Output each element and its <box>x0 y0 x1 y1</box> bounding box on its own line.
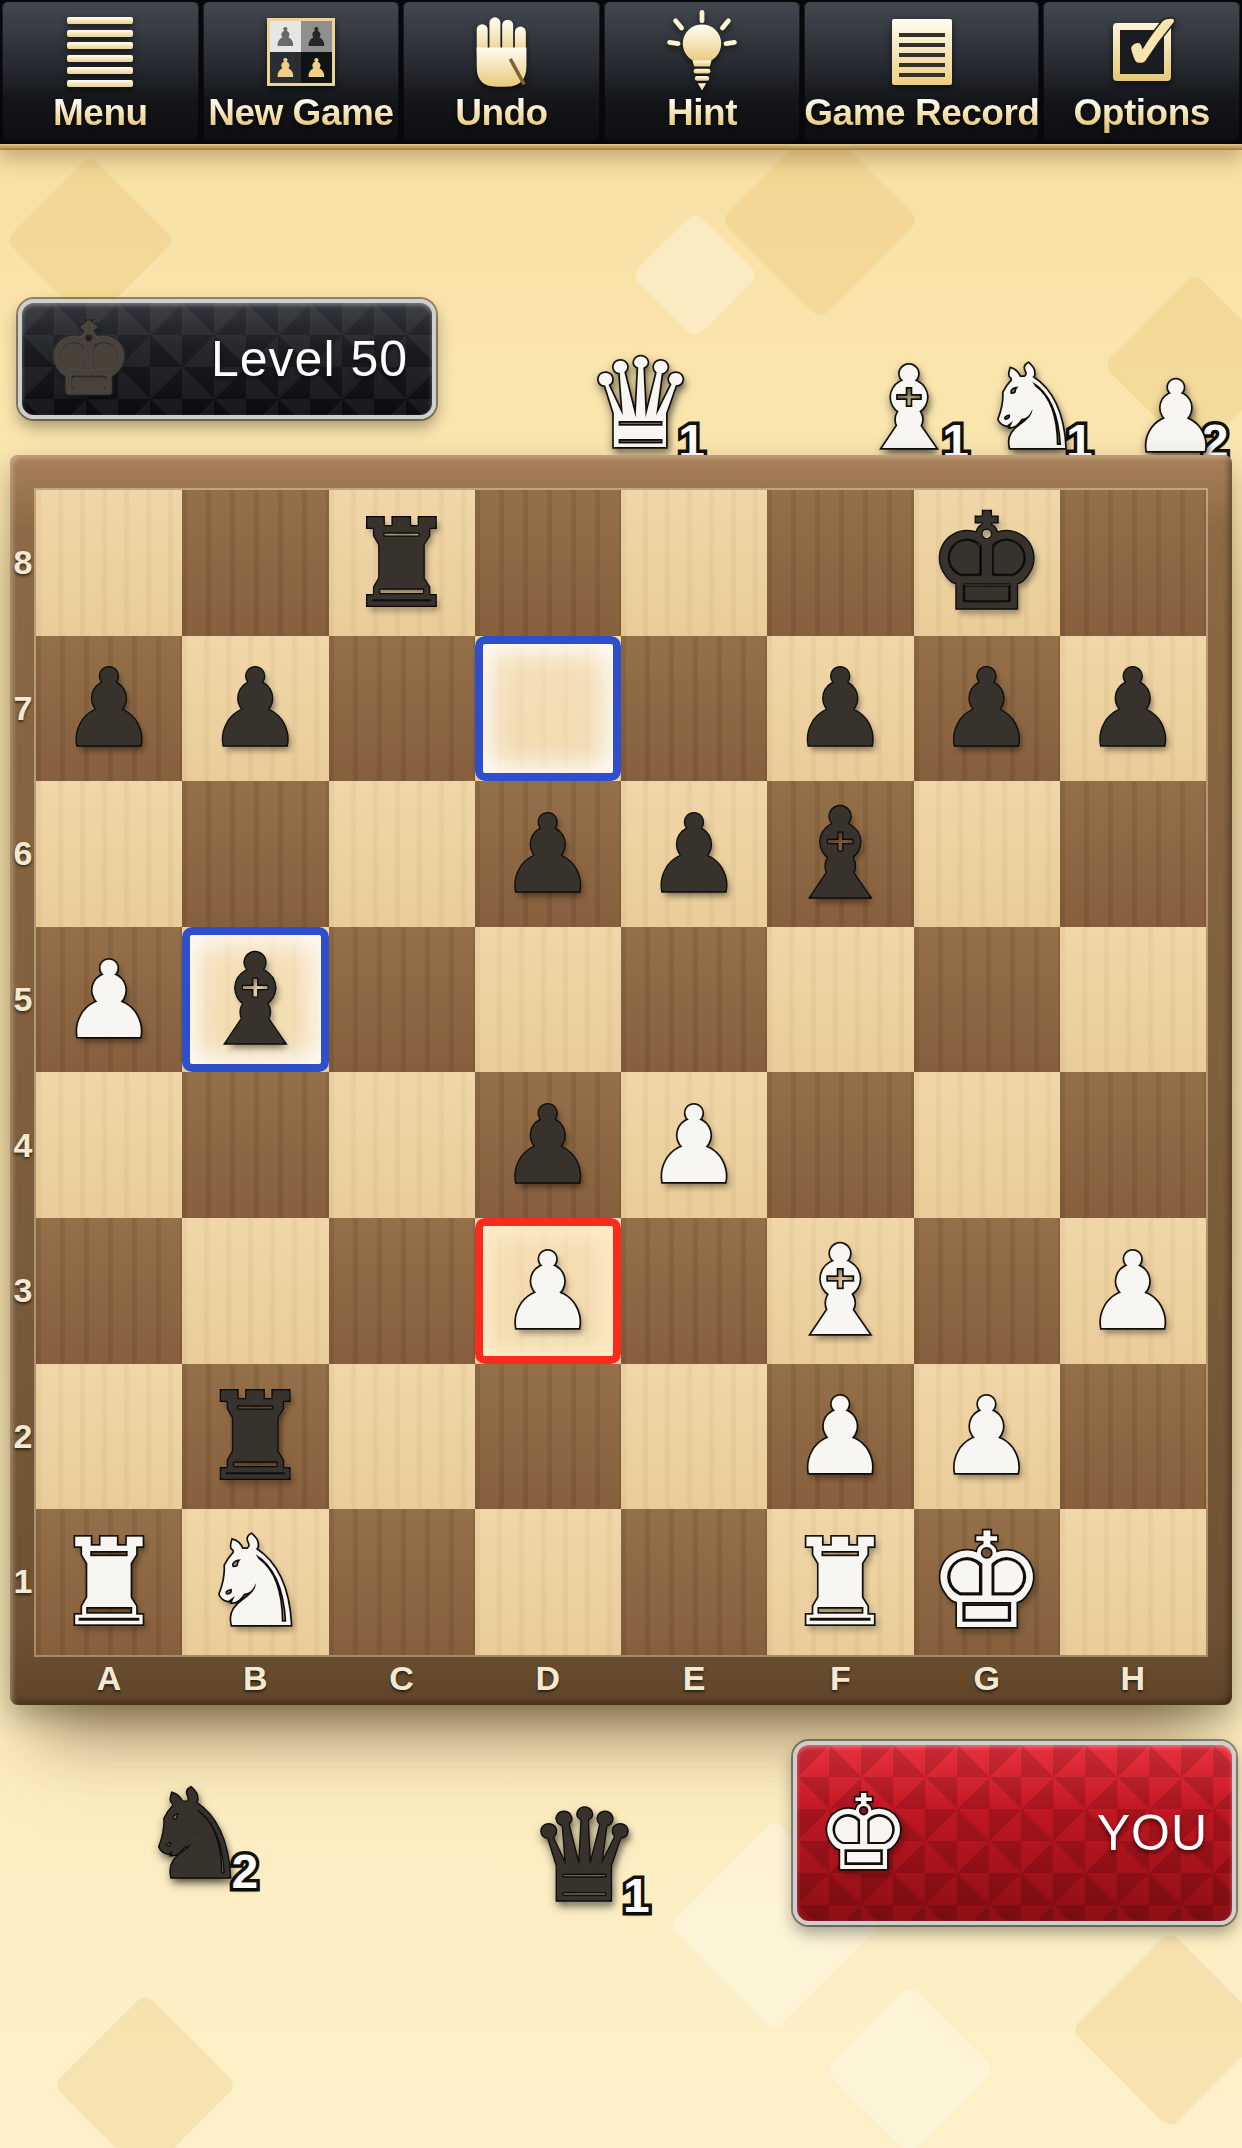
opponent-level-label: Level 50 <box>134 330 408 388</box>
piece-black-pawn-e6[interactable]: ♟ <box>647 801 742 907</box>
square-d3[interactable]: ♟ <box>475 1218 621 1364</box>
square-b8[interactable] <box>182 490 328 636</box>
square-b2[interactable]: ♜ <box>182 1364 328 1510</box>
file-label-D: D <box>475 1655 621 1701</box>
square-e2[interactable] <box>621 1364 767 1510</box>
square-e6[interactable]: ♟ <box>621 781 767 927</box>
options-check-icon: ✓ <box>1043 10 1240 94</box>
square-a8[interactable] <box>36 490 182 636</box>
rank-label-2: 2 <box>10 1364 36 1510</box>
menu-icon <box>2 10 199 94</box>
white-knight-icon: ♞ <box>980 350 1084 466</box>
rank-label-8: 8 <box>10 490 36 636</box>
file-label-B: B <box>182 1655 328 1701</box>
square-a4[interactable] <box>36 1072 182 1218</box>
square-g5[interactable] <box>914 927 1060 1073</box>
diamond-decoration <box>1071 1931 1242 2129</box>
piece-black-pawn-g7[interactable]: ♟ <box>939 655 1034 761</box>
game-record-button[interactable]: Game Record <box>804 2 1039 142</box>
piece-white-rook-a1[interactable]: ♜ <box>55 1522 163 1642</box>
square-f4[interactable] <box>767 1072 913 1218</box>
square-a5[interactable]: ♟ <box>36 927 182 1073</box>
square-g8[interactable]: ♚ <box>914 490 1060 636</box>
white-king-icon: ♚ <box>817 1781 910 1885</box>
square-e7[interactable] <box>621 636 767 782</box>
square-f8[interactable] <box>767 490 913 636</box>
hint-button[interactable]: Hint <box>604 2 801 142</box>
square-d5[interactable] <box>475 927 621 1073</box>
piece-white-bishop-f3[interactable]: ♝ <box>785 1229 896 1353</box>
square-b6[interactable] <box>182 781 328 927</box>
piece-black-bishop-f6[interactable]: ♝ <box>785 792 896 916</box>
square-b1[interactable]: ♞ <box>182 1509 328 1655</box>
you-player-badge: ♚ YOU <box>793 1741 1236 1925</box>
square-e4[interactable]: ♟ <box>621 1072 767 1218</box>
square-h8[interactable] <box>1060 490 1206 636</box>
square-h2[interactable] <box>1060 1364 1206 1510</box>
record-doc-icon <box>804 10 1039 94</box>
rank-label-4: 4 <box>10 1072 36 1218</box>
piece-white-pawn-d3[interactable]: ♟ <box>500 1238 595 1344</box>
black-king-icon: ♚ <box>44 309 134 409</box>
captured-white-pawn: ♟2 <box>1132 318 1229 466</box>
square-c7[interactable] <box>329 636 475 782</box>
rank-label-7: 7 <box>10 636 36 782</box>
square-f6[interactable]: ♝ <box>767 781 913 927</box>
square-b5[interactable]: ♝ <box>182 927 328 1073</box>
square-h3[interactable]: ♟ <box>1060 1218 1206 1364</box>
toolbar: Menu♟♟♟♟New GameUndoHintGame Record✓Opti… <box>0 0 1242 150</box>
newgame-board-icon: ♟♟♟♟ <box>203 10 400 94</box>
hint-bulb-icon <box>604 10 801 94</box>
piece-black-pawn-d6[interactable]: ♟ <box>500 801 595 907</box>
square-c4[interactable] <box>329 1072 475 1218</box>
piece-white-pawn-g2[interactable]: ♟ <box>939 1383 1034 1489</box>
piece-black-king-g8[interactable]: ♚ <box>927 497 1045 629</box>
square-b7[interactable]: ♟ <box>182 636 328 782</box>
piece-black-pawn-b7[interactable]: ♟ <box>208 655 303 761</box>
square-a3[interactable] <box>36 1218 182 1364</box>
square-d7[interactable] <box>475 636 621 782</box>
piece-black-rook-c8[interactable]: ♜ <box>348 503 456 623</box>
piece-black-pawn-h7[interactable]: ♟ <box>1085 655 1180 761</box>
piece-black-bishop-b5[interactable]: ♝ <box>200 938 311 1062</box>
file-label-F: F <box>767 1655 913 1701</box>
captured-white-bishop: ♝1 <box>858 318 969 466</box>
square-a7[interactable]: ♟ <box>36 636 182 782</box>
square-e8[interactable] <box>621 490 767 636</box>
rank-label-6: 6 <box>10 781 36 927</box>
file-label-H: H <box>1060 1655 1206 1701</box>
white-bishop-icon: ♝ <box>858 352 960 466</box>
undo-hand-icon <box>403 10 600 94</box>
chess-app-screen: { "game": "chess", "toolbar": [ {"id":"m… <box>0 0 1242 2148</box>
file-label-G: G <box>914 1655 1060 1701</box>
square-g7[interactable]: ♟ <box>914 636 1060 782</box>
square-h1[interactable] <box>1060 1509 1206 1655</box>
square-f2[interactable]: ♟ <box>767 1364 913 1510</box>
square-a6[interactable] <box>36 781 182 927</box>
black-queen-icon: ♛ <box>528 1794 641 1920</box>
captured-white-queen: ♛1 <box>585 318 705 466</box>
piece-white-pawn-a5[interactable]: ♟ <box>62 947 157 1053</box>
square-d6[interactable]: ♟ <box>475 781 621 927</box>
square-d1[interactable] <box>475 1509 621 1655</box>
square-c1[interactable] <box>329 1509 475 1655</box>
square-f3[interactable]: ♝ <box>767 1218 913 1364</box>
square-b4[interactable] <box>182 1072 328 1218</box>
square-e3[interactable] <box>621 1218 767 1364</box>
options-button[interactable]: ✓Options <box>1043 2 1240 142</box>
square-h4[interactable] <box>1060 1072 1206 1218</box>
piece-black-pawn-f7[interactable]: ♟ <box>793 655 888 761</box>
square-g4[interactable] <box>914 1072 1060 1218</box>
square-e1[interactable] <box>621 1509 767 1655</box>
rank-label-5: 5 <box>10 927 36 1073</box>
piece-black-pawn-d4[interactable]: ♟ <box>500 1092 595 1198</box>
blue-highlight-d7 <box>475 636 621 782</box>
board-squares: ♜♚♟♟♟♟♟♟♟♝♟♝♟♟♟♝♟♜♟♟♜♞♜♚ <box>36 490 1206 1655</box>
opponent-level-badge: ♚ Level 50 <box>18 299 436 419</box>
square-d2[interactable] <box>475 1364 621 1510</box>
captured-black-queen: ♛1 <box>528 1762 650 1920</box>
square-f5[interactable] <box>767 927 913 1073</box>
square-e5[interactable] <box>621 927 767 1073</box>
square-g1[interactable]: ♚ <box>914 1509 1060 1655</box>
square-h6[interactable] <box>1060 781 1206 927</box>
file-label-A: A <box>36 1655 182 1701</box>
piece-white-pawn-h3[interactable]: ♟ <box>1085 1238 1180 1344</box>
square-d8[interactable] <box>475 490 621 636</box>
rank-label-1: 1 <box>10 1509 36 1655</box>
captured-black-knight: ♞2 <box>140 1738 258 1896</box>
undo-button[interactable]: Undo <box>403 2 600 142</box>
chess-board: 87654321 ♜♚♟♟♟♟♟♟♟♝♟♝♟♟♟♝♟♜♟♟♜♞♜♚ ABCDEF… <box>10 455 1232 1705</box>
black-knight-icon: ♞ <box>140 1774 249 1896</box>
piece-black-pawn-a7[interactable]: ♟ <box>62 655 157 761</box>
square-g6[interactable] <box>914 781 1060 927</box>
square-a2[interactable] <box>36 1364 182 1510</box>
piece-black-rook-b2[interactable]: ♜ <box>202 1376 310 1496</box>
square-c8[interactable]: ♜ <box>329 490 475 636</box>
square-c3[interactable] <box>329 1218 475 1364</box>
square-c6[interactable] <box>329 781 475 927</box>
square-d4[interactable]: ♟ <box>475 1072 621 1218</box>
square-a1[interactable]: ♜ <box>36 1509 182 1655</box>
white-queen-icon: ♛ <box>585 342 696 466</box>
white-pawn-icon: ♟ <box>1132 368 1220 466</box>
rank-labels: 87654321 <box>10 490 36 1655</box>
file-label-E: E <box>621 1655 767 1701</box>
square-f1[interactable]: ♜ <box>767 1509 913 1655</box>
rank-label-3: 3 <box>10 1218 36 1364</box>
square-b3[interactable] <box>182 1218 328 1364</box>
square-g2[interactable]: ♟ <box>914 1364 1060 1510</box>
captured-white-knight: ♞1 <box>980 318 1093 466</box>
diamond-decoration <box>53 1993 237 2148</box>
diamond-decoration <box>721 121 919 319</box>
file-labels: ABCDEFGH <box>36 1655 1206 1701</box>
new-game-button[interactable]: ♟♟♟♟New Game <box>203 2 400 142</box>
square-c2[interactable] <box>329 1364 475 1510</box>
diamond-decoration <box>825 1985 995 2148</box>
piece-white-pawn-e4[interactable]: ♟ <box>647 1092 742 1198</box>
piece-white-knight-b1[interactable]: ♞ <box>200 1520 311 1644</box>
square-c5[interactable] <box>329 927 475 1073</box>
menu-button[interactable]: Menu <box>2 2 199 142</box>
square-h5[interactable] <box>1060 927 1206 1073</box>
you-label: YOU <box>910 1804 1208 1862</box>
piece-white-rook-f1[interactable]: ♜ <box>787 1522 895 1642</box>
piece-white-king-g1[interactable]: ♚ <box>927 1516 1045 1648</box>
piece-white-pawn-f2[interactable]: ♟ <box>793 1383 888 1489</box>
square-h7[interactable]: ♟ <box>1060 636 1206 782</box>
square-g3[interactable] <box>914 1218 1060 1364</box>
file-label-C: C <box>329 1655 475 1701</box>
square-f7[interactable]: ♟ <box>767 636 913 782</box>
